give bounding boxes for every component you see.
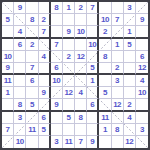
cell-r3c3[interactable] bbox=[26, 26, 38, 38]
cell-r6c11[interactable] bbox=[124, 63, 136, 75]
cell-r7c2[interactable] bbox=[14, 75, 26, 87]
cell-r1c1[interactable] bbox=[2, 2, 14, 14]
cell-r3c7[interactable]: 10 bbox=[75, 26, 87, 38]
cell-r4c4[interactable] bbox=[39, 39, 51, 51]
cell-r7c8[interactable]: 1 bbox=[87, 75, 99, 87]
cell-r4c7[interactable] bbox=[75, 39, 87, 51]
cell-r2c12[interactable]: 9 bbox=[136, 14, 148, 26]
cell-r2c10[interactable]: 7 bbox=[112, 14, 124, 26]
cell-r1c6[interactable]: 1 bbox=[63, 2, 75, 14]
cell-r2c4[interactable]: 2 bbox=[39, 14, 51, 26]
cell-r2c1[interactable]: 5 bbox=[2, 14, 14, 26]
cell-r2c2[interactable] bbox=[14, 14, 26, 26]
cell-r11c4[interactable]: 5 bbox=[39, 124, 51, 136]
cell-r1c12[interactable] bbox=[136, 2, 148, 14]
cell-r2c11[interactable] bbox=[124, 14, 136, 26]
cell-r9c5[interactable]: 9 bbox=[51, 99, 63, 111]
cell-r11c7[interactable] bbox=[75, 124, 87, 136]
cell-r10c3[interactable] bbox=[26, 112, 38, 124]
cell-r3c8[interactable] bbox=[87, 26, 99, 38]
cell-r4c6[interactable] bbox=[63, 39, 75, 51]
cell-r8c6[interactable]: 12 bbox=[63, 87, 75, 99]
cell-r9c6[interactable] bbox=[63, 99, 75, 111]
cell-r8c5[interactable] bbox=[51, 87, 63, 99]
cell-r2c7[interactable] bbox=[75, 14, 87, 26]
cell-r1c9[interactable] bbox=[99, 2, 111, 14]
cell-r4c10[interactable]: 1 bbox=[112, 39, 124, 51]
cell-r9c4[interactable] bbox=[39, 99, 51, 111]
cell-r1c4[interactable] bbox=[39, 2, 51, 14]
cell-r10c5[interactable] bbox=[51, 112, 63, 124]
cell-r12c9[interactable] bbox=[99, 136, 111, 148]
cell-r3c4[interactable]: 7 bbox=[39, 26, 51, 38]
cell-r11c2[interactable] bbox=[14, 124, 26, 136]
cell-r7c4[interactable] bbox=[39, 75, 51, 87]
cell-r6c5[interactable]: 6 bbox=[51, 63, 63, 75]
cell-r12c3[interactable] bbox=[26, 136, 38, 148]
cell-r12c4[interactable] bbox=[39, 136, 51, 148]
cell-r1c7[interactable]: 2 bbox=[75, 2, 87, 14]
cell-r12c2[interactable]: 10 bbox=[14, 136, 26, 148]
cell-r9c2[interactable]: 8 bbox=[14, 99, 26, 111]
cell-r2c9[interactable]: 10 bbox=[99, 14, 111, 26]
cell-r11c12[interactable]: 3 bbox=[136, 124, 148, 136]
cell-r4c9[interactable] bbox=[99, 39, 111, 51]
cell-r7c12[interactable]: 4 bbox=[136, 75, 148, 87]
cell-r3c12[interactable] bbox=[136, 26, 148, 38]
cell-r1c2[interactable]: 9 bbox=[14, 2, 26, 14]
cell-r6c1[interactable]: 9 bbox=[2, 63, 14, 75]
cell-r10c10[interactable] bbox=[112, 112, 124, 124]
cell-r3c9[interactable]: 2 bbox=[99, 26, 111, 38]
cell-r7c3[interactable]: 6 bbox=[26, 75, 38, 87]
cell-r3c10[interactable] bbox=[112, 26, 124, 38]
cell-r12c5[interactable]: 3 bbox=[51, 136, 63, 148]
cell-r3c2[interactable]: 4 bbox=[14, 26, 26, 38]
cell-r6c12[interactable]: 12 bbox=[136, 63, 148, 75]
cell-r10c7[interactable]: 8 bbox=[75, 112, 87, 124]
cell-r8c4[interactable]: 9 bbox=[39, 87, 51, 99]
cell-r4c1[interactable] bbox=[2, 39, 14, 51]
cell-r6c2[interactable] bbox=[14, 63, 26, 75]
cell-r5c9[interactable]: 8 bbox=[99, 51, 111, 63]
cell-r10c1[interactable] bbox=[2, 112, 14, 124]
cell-r8c1[interactable]: 1 bbox=[2, 87, 14, 99]
cell-r6c4[interactable] bbox=[39, 63, 51, 75]
cell-r8c10[interactable] bbox=[112, 87, 124, 99]
cell-r5c2[interactable] bbox=[14, 51, 26, 63]
cell-r3c11[interactable]: 1 bbox=[124, 26, 136, 38]
cell-r8c9[interactable]: 5 bbox=[99, 87, 111, 99]
cell-r9c7[interactable] bbox=[75, 99, 87, 111]
cell-r12c1[interactable] bbox=[2, 136, 14, 148]
cell-r4c11[interactable]: 5 bbox=[124, 39, 136, 51]
cell-r2c3[interactable]: 8 bbox=[26, 14, 38, 26]
cell-r4c12[interactable] bbox=[136, 39, 148, 51]
cell-r5c5[interactable] bbox=[51, 51, 63, 63]
cell-r11c8[interactable] bbox=[87, 124, 99, 136]
cell-r8c7[interactable]: 4 bbox=[75, 87, 87, 99]
cell-r5c11[interactable] bbox=[124, 51, 136, 63]
cell-r7c11[interactable] bbox=[124, 75, 136, 87]
cell-r12c6[interactable]: 11 bbox=[63, 136, 75, 148]
cell-r7c6[interactable] bbox=[63, 75, 75, 87]
cell-r9c11[interactable]: 2 bbox=[124, 99, 136, 111]
cell-r11c10[interactable]: 8 bbox=[112, 124, 124, 136]
cell-r12c10[interactable] bbox=[112, 136, 124, 148]
cell-r10c6[interactable]: 5 bbox=[63, 112, 75, 124]
cell-r8c2[interactable] bbox=[14, 87, 26, 99]
cell-r5c4[interactable]: 4 bbox=[39, 51, 51, 63]
cell-r6c6[interactable] bbox=[63, 63, 75, 75]
cell-r9c8[interactable]: 6 bbox=[87, 99, 99, 111]
cell-r11c1[interactable]: 7 bbox=[2, 124, 14, 136]
cell-r6c8[interactable]: 5 bbox=[87, 63, 99, 75]
cell-r12c11[interactable]: 12 bbox=[124, 136, 136, 148]
cell-r5c6[interactable]: 2 bbox=[63, 51, 75, 63]
cell-r11c3[interactable]: 11 bbox=[26, 124, 38, 136]
cell-r5c1[interactable]: 10 bbox=[2, 51, 14, 63]
cell-r6c9[interactable] bbox=[99, 63, 111, 75]
cell-r4c2[interactable]: 6 bbox=[14, 39, 26, 51]
cell-r5c12[interactable]: 6 bbox=[136, 51, 148, 63]
cell-r12c8[interactable]: 9 bbox=[87, 136, 99, 148]
cell-r11c9[interactable]: 1 bbox=[99, 124, 111, 136]
cell-r9c12[interactable] bbox=[136, 99, 148, 111]
cell-r9c10[interactable]: 12 bbox=[112, 99, 124, 111]
cell-r10c11[interactable]: 4 bbox=[124, 112, 136, 124]
cell-r3c5[interactable] bbox=[51, 26, 63, 38]
sudoku-board: 9812735821079479102162710151042128697652… bbox=[0, 0, 150, 150]
cell-r7c9[interactable] bbox=[99, 75, 111, 87]
cell-r7c10[interactable]: 3 bbox=[112, 75, 124, 87]
cell-r1c10[interactable] bbox=[112, 2, 124, 14]
cell-r12c7[interactable]: 7 bbox=[75, 136, 87, 148]
cell-r1c3[interactable] bbox=[26, 2, 38, 14]
cell-r6c7[interactable] bbox=[75, 63, 87, 75]
cell-r2c8[interactable] bbox=[87, 14, 99, 26]
cell-r8c8[interactable] bbox=[87, 87, 99, 99]
cell-r8c12[interactable]: 10 bbox=[136, 87, 148, 99]
cell-r9c1[interactable] bbox=[2, 99, 14, 111]
cell-r6c10[interactable]: 2 bbox=[112, 63, 124, 75]
cell-r12c12[interactable] bbox=[136, 136, 148, 148]
cell-r7c1[interactable]: 11 bbox=[2, 75, 14, 87]
cell-r4c3[interactable]: 2 bbox=[26, 39, 38, 51]
cell-r11c6[interactable] bbox=[63, 124, 75, 136]
cell-r4c8[interactable]: 10 bbox=[87, 39, 99, 51]
cell-r8c11[interactable] bbox=[124, 87, 136, 99]
cell-r5c8[interactable] bbox=[87, 51, 99, 63]
cell-r7c5[interactable]: 10 bbox=[51, 75, 63, 87]
cell-r1c11[interactable]: 3 bbox=[124, 2, 136, 14]
cell-r5c10[interactable] bbox=[112, 51, 124, 63]
cell-r6c3[interactable]: 7 bbox=[26, 63, 38, 75]
cell-r1c5[interactable]: 8 bbox=[51, 2, 63, 14]
cell-r9c9[interactable] bbox=[99, 99, 111, 111]
cell-r7c7[interactable] bbox=[75, 75, 87, 87]
cell-r10c4[interactable]: 6 bbox=[39, 112, 51, 124]
cell-r9c3[interactable]: 5 bbox=[26, 99, 38, 111]
cell-r5c7[interactable]: 12 bbox=[75, 51, 87, 63]
cell-r4c5[interactable]: 7 bbox=[51, 39, 63, 51]
cell-r11c5[interactable] bbox=[51, 124, 63, 136]
cell-r3c6[interactable]: 9 bbox=[63, 26, 75, 38]
cell-r8c3[interactable] bbox=[26, 87, 38, 99]
cell-r2c5[interactable] bbox=[51, 14, 63, 26]
cell-r10c12[interactable] bbox=[136, 112, 148, 124]
cell-r3c1[interactable] bbox=[2, 26, 14, 38]
cell-r10c9[interactable]: 11 bbox=[99, 112, 111, 124]
cell-r11c11[interactable] bbox=[124, 124, 136, 136]
cell-r5c3[interactable] bbox=[26, 51, 38, 63]
cell-r10c2[interactable]: 3 bbox=[14, 112, 26, 124]
cell-r10c8[interactable] bbox=[87, 112, 99, 124]
cell-r1c8[interactable]: 7 bbox=[87, 2, 99, 14]
cell-r2c6[interactable] bbox=[63, 14, 75, 26]
